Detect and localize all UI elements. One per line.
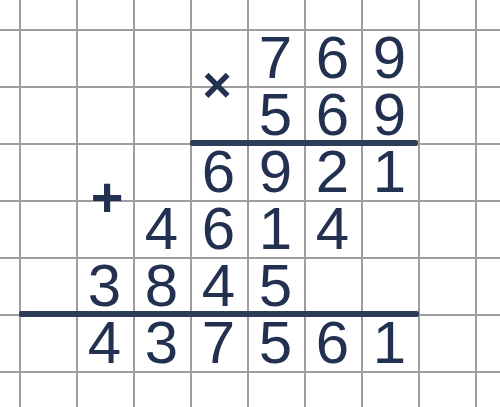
- digit-cell: 6: [304, 314, 361, 371]
- digit-cell: 9: [247, 143, 304, 200]
- digit-cell: 1: [361, 314, 418, 371]
- digit-cell: 3: [76, 257, 133, 314]
- digit-cell: 9: [361, 29, 418, 86]
- digit-cell: 5: [247, 314, 304, 371]
- digit-cell: 9: [361, 86, 418, 143]
- digit-cell: 6: [190, 143, 247, 200]
- digit-cell: 6: [190, 200, 247, 257]
- digit-cell: 1: [247, 200, 304, 257]
- squared-paper: × + 7 6 9 5 6 9 6 9 2 1 4 6 1 4 3 8 4 5 …: [0, 0, 500, 407]
- digit-cell: 3: [133, 314, 190, 371]
- digit-cell: 6: [304, 29, 361, 86]
- digit-cell: 2: [304, 143, 361, 200]
- digit-cell: 4: [76, 314, 133, 371]
- digit-cell: 1: [361, 143, 418, 200]
- digit-cell: 5: [247, 86, 304, 143]
- digit-cell: 4: [304, 200, 361, 257]
- digit-cell: 7: [190, 314, 247, 371]
- digit-cell: 4: [133, 200, 190, 257]
- digit-cell: 6: [304, 86, 361, 143]
- digit-cell: 4: [190, 257, 247, 314]
- digit-cell: 7: [247, 29, 304, 86]
- multiplication-icon: ×: [202, 60, 231, 110]
- digit-cell: 5: [247, 257, 304, 314]
- digit-cell: 8: [133, 257, 190, 314]
- plus-icon: +: [91, 169, 124, 225]
